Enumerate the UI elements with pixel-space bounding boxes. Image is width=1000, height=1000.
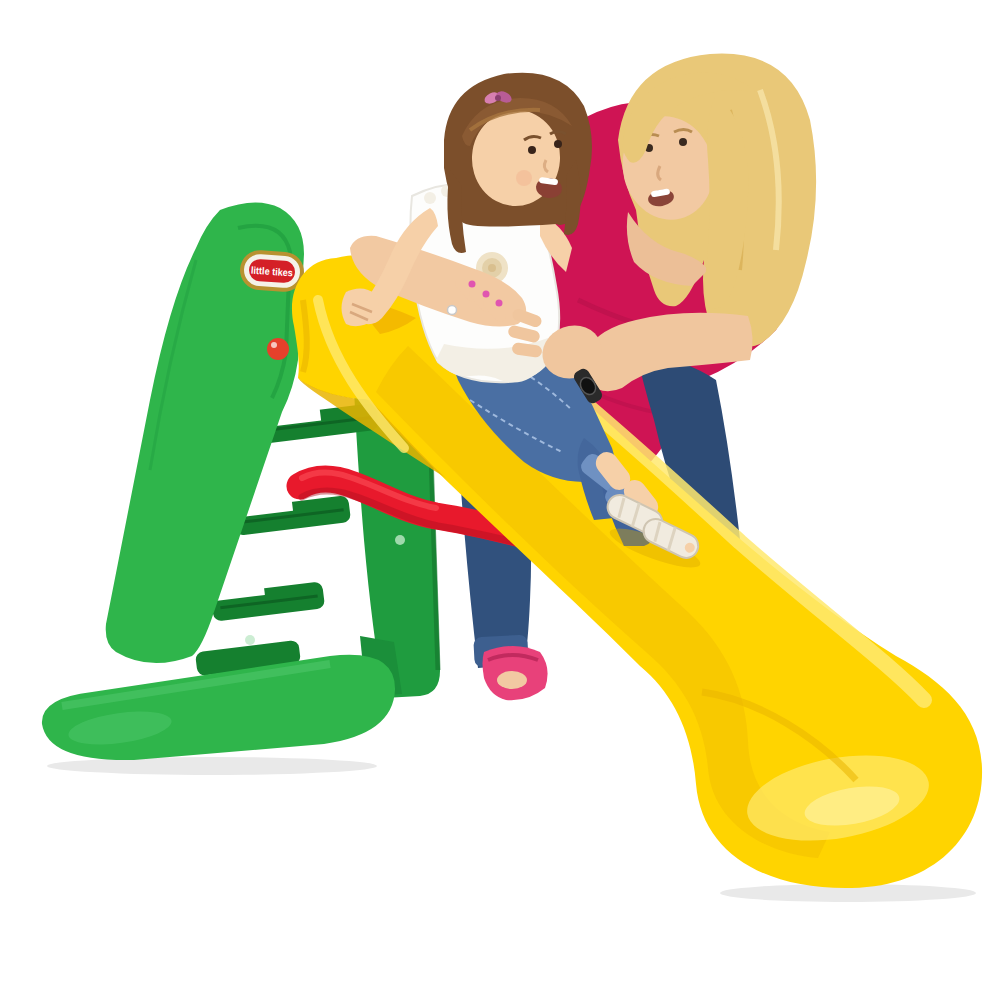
child-eye (554, 140, 562, 148)
ladder-red-button (267, 338, 289, 360)
woman-nail-polish (469, 281, 476, 288)
child-top-neck-ruffle (424, 192, 436, 204)
woman-ring (448, 306, 457, 315)
child-top-rosette (488, 264, 496, 272)
woman-nail-polish (483, 291, 490, 298)
child-cheek-blush (516, 170, 532, 186)
ladder-screw (245, 635, 255, 645)
product-photo: little tikes (0, 0, 1000, 1000)
ground-shadow-foot (47, 757, 377, 775)
ladder-red-button-highlight (271, 342, 277, 348)
woman-nail-polish (496, 300, 503, 307)
woman-eye (679, 138, 687, 146)
scene-illustration: little tikes (0, 0, 1000, 1000)
ladder-screw (395, 535, 405, 545)
child-eye (528, 146, 536, 154)
little-tikes-logo: little tikes (239, 249, 306, 293)
woman-shoe-toes (497, 671, 527, 689)
